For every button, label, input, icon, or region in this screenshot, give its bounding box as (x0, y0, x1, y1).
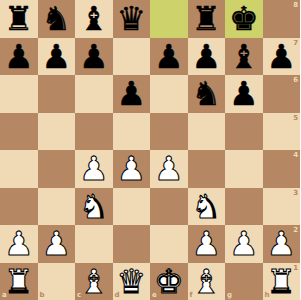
square-a8[interactable]: ♜ (0, 0, 38, 38)
piece-white-pawn[interactable]: ♟ (229, 227, 259, 260)
rank-label-5: 5 (293, 115, 298, 122)
piece-black-bishop[interactable]: ♝ (229, 40, 259, 73)
square-e4[interactable]: ♟ (150, 150, 188, 188)
piece-white-pawn[interactable]: ♟ (79, 152, 109, 185)
piece-black-pawn[interactable]: ♟ (229, 77, 259, 110)
square-e7[interactable]: ♟ (150, 38, 188, 76)
square-b5[interactable] (38, 113, 76, 151)
square-b4[interactable] (38, 150, 76, 188)
piece-white-pawn[interactable]: ♟ (41, 227, 71, 260)
square-b1[interactable]: b (38, 263, 76, 300)
square-d1[interactable]: ♛d (113, 263, 151, 300)
piece-black-knight[interactable]: ♞ (191, 77, 221, 110)
piece-white-bishop[interactable]: ♝ (191, 265, 221, 298)
piece-black-rook[interactable]: ♜ (191, 2, 221, 35)
square-f1[interactable]: ♝f (188, 263, 226, 300)
piece-white-pawn[interactable]: ♟ (266, 227, 296, 260)
square-g7[interactable]: ♝ (225, 38, 263, 76)
square-g4[interactable] (225, 150, 263, 188)
piece-white-queen[interactable]: ♛ (116, 265, 146, 298)
piece-black-king[interactable]: ♚ (229, 2, 259, 35)
square-d3[interactable] (113, 188, 151, 226)
square-a5[interactable] (0, 113, 38, 151)
square-f5[interactable] (188, 113, 226, 151)
file-label-b: b (40, 292, 45, 299)
square-a1[interactable]: ♜a (0, 263, 38, 300)
piece-white-rook[interactable]: ♜ (266, 265, 296, 298)
square-d4[interactable]: ♟ (113, 150, 151, 188)
square-e5[interactable] (150, 113, 188, 151)
file-label-g: g (227, 292, 232, 299)
square-g5[interactable] (225, 113, 263, 151)
piece-white-pawn[interactable]: ♟ (191, 227, 221, 260)
square-b3[interactable] (38, 188, 76, 226)
square-b8[interactable]: ♞ (38, 0, 76, 38)
piece-black-pawn[interactable]: ♟ (116, 77, 146, 110)
piece-white-pawn[interactable]: ♟ (4, 227, 34, 260)
square-c3[interactable]: ♞ (75, 188, 113, 226)
piece-black-pawn[interactable]: ♟ (79, 40, 109, 73)
piece-white-rook[interactable]: ♜ (4, 265, 34, 298)
square-h1[interactable]: ♜1h (263, 263, 301, 300)
square-a6[interactable] (0, 75, 38, 113)
square-g3[interactable] (225, 188, 263, 226)
piece-black-pawn[interactable]: ♟ (4, 40, 34, 73)
square-d7[interactable] (113, 38, 151, 76)
square-c4[interactable]: ♟ (75, 150, 113, 188)
square-f2[interactable]: ♟ (188, 225, 226, 263)
piece-black-knight[interactable]: ♞ (41, 2, 71, 35)
square-c8[interactable]: ♝ (75, 0, 113, 38)
piece-black-pawn[interactable]: ♟ (191, 40, 221, 73)
rank-label-4: 4 (293, 152, 298, 159)
square-e2[interactable] (150, 225, 188, 263)
square-h7[interactable]: ♟7 (263, 38, 301, 76)
piece-white-king[interactable]: ♚ (154, 265, 184, 298)
square-d8[interactable]: ♛ (113, 0, 151, 38)
square-c2[interactable] (75, 225, 113, 263)
piece-black-bishop[interactable]: ♝ (79, 2, 109, 35)
square-a4[interactable] (0, 150, 38, 188)
square-c5[interactable] (75, 113, 113, 151)
square-h3[interactable]: 3 (263, 188, 301, 226)
square-h4[interactable]: 4 (263, 150, 301, 188)
square-b7[interactable]: ♟ (38, 38, 76, 76)
piece-black-pawn[interactable]: ♟ (266, 40, 296, 73)
square-h5[interactable]: 5 (263, 113, 301, 151)
square-d5[interactable] (113, 113, 151, 151)
square-h6[interactable]: 6 (263, 75, 301, 113)
piece-black-pawn[interactable]: ♟ (41, 40, 71, 73)
square-d6[interactable]: ♟ (113, 75, 151, 113)
square-a7[interactable]: ♟ (0, 38, 38, 76)
square-c6[interactable] (75, 75, 113, 113)
square-e1[interactable]: ♚e (150, 263, 188, 300)
piece-black-pawn[interactable]: ♟ (154, 40, 184, 73)
square-a3[interactable] (0, 188, 38, 226)
square-b2[interactable]: ♟ (38, 225, 76, 263)
chess-board: ♜♞♝♛♜♚8♟♟♟♟♟♝♟7♟♞♟65♟♟♟4♞♞3♟♟♟♟♟2♜ab♝c♛d… (0, 0, 300, 300)
piece-black-queen[interactable]: ♛ (116, 2, 146, 35)
rank-label-3: 3 (293, 190, 298, 197)
piece-white-bishop[interactable]: ♝ (79, 265, 109, 298)
square-f7[interactable]: ♟ (188, 38, 226, 76)
piece-white-knight[interactable]: ♞ (79, 190, 109, 223)
square-e3[interactable] (150, 188, 188, 226)
square-d2[interactable] (113, 225, 151, 263)
square-c1[interactable]: ♝c (75, 263, 113, 300)
square-g1[interactable]: g (225, 263, 263, 300)
square-f4[interactable] (188, 150, 226, 188)
square-c7[interactable]: ♟ (75, 38, 113, 76)
square-b6[interactable] (38, 75, 76, 113)
square-f3[interactable]: ♞ (188, 188, 226, 226)
square-f8[interactable]: ♜ (188, 0, 226, 38)
piece-white-knight[interactable]: ♞ (191, 190, 221, 223)
piece-white-pawn[interactable]: ♟ (154, 152, 184, 185)
piece-white-pawn[interactable]: ♟ (116, 152, 146, 185)
square-e8[interactable] (150, 0, 188, 38)
square-g6[interactable]: ♟ (225, 75, 263, 113)
square-e6[interactable] (150, 75, 188, 113)
square-f6[interactable]: ♞ (188, 75, 226, 113)
square-a2[interactable]: ♟ (0, 225, 38, 263)
rank-label-8: 8 (293, 2, 298, 9)
square-g2[interactable]: ♟ (225, 225, 263, 263)
square-h8[interactable]: 8 (263, 0, 301, 38)
rank-label-6: 6 (293, 77, 298, 84)
piece-black-rook[interactable]: ♜ (4, 2, 34, 35)
square-g8[interactable]: ♚ (225, 0, 263, 38)
square-h2[interactable]: ♟2 (263, 225, 301, 263)
